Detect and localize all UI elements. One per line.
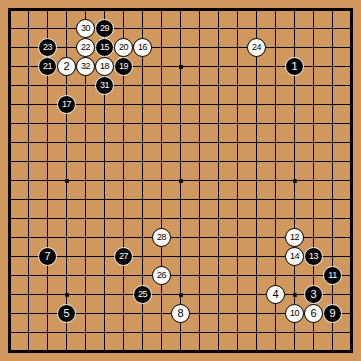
go-board[interactable]: 1234567891011121314151617181920212223242…	[0, 0, 361, 361]
board-grid: 1234567891011121314151617181920212223242…	[0, 0, 361, 361]
stone-black-25[interactable]: 25	[133, 285, 152, 304]
star-point	[65, 179, 69, 183]
star-point	[293, 293, 297, 297]
star-point	[65, 293, 69, 297]
star-point	[179, 65, 183, 69]
stone-black-21[interactable]: 21	[38, 57, 57, 76]
stone-black-31[interactable]: 31	[95, 76, 114, 95]
stone-black-9[interactable]: 9	[323, 304, 342, 323]
stone-black-19[interactable]: 19	[114, 57, 133, 76]
stone-white-12[interactable]: 12	[285, 228, 304, 247]
stone-white-8[interactable]: 8	[171, 304, 190, 323]
stone-black-23[interactable]: 23	[38, 38, 57, 57]
stone-black-13[interactable]: 13	[304, 247, 323, 266]
stone-white-20[interactable]: 20	[114, 38, 133, 57]
stone-white-10[interactable]: 10	[285, 304, 304, 323]
stone-white-16[interactable]: 16	[133, 38, 152, 57]
stone-white-6[interactable]: 6	[304, 304, 323, 323]
stone-white-24[interactable]: 24	[247, 38, 266, 57]
stone-white-28[interactable]: 28	[152, 228, 171, 247]
stone-black-11[interactable]: 11	[323, 266, 342, 285]
stone-white-22[interactable]: 22	[76, 38, 95, 57]
star-point	[179, 293, 183, 297]
stone-black-15[interactable]: 15	[95, 38, 114, 57]
stone-black-17[interactable]: 17	[57, 95, 76, 114]
stone-black-29[interactable]: 29	[95, 19, 114, 38]
stone-white-14[interactable]: 14	[285, 247, 304, 266]
stone-white-2[interactable]: 2	[57, 57, 76, 76]
stone-black-5[interactable]: 5	[57, 304, 76, 323]
stone-white-18[interactable]: 18	[95, 57, 114, 76]
stone-black-7[interactable]: 7	[38, 247, 57, 266]
star-point	[293, 179, 297, 183]
stone-white-4[interactable]: 4	[266, 285, 285, 304]
stone-white-32[interactable]: 32	[76, 57, 95, 76]
stone-white-26[interactable]: 26	[152, 266, 171, 285]
stone-white-30[interactable]: 30	[76, 19, 95, 38]
stone-black-1[interactable]: 1	[285, 57, 304, 76]
stone-black-27[interactable]: 27	[114, 247, 133, 266]
stone-black-3[interactable]: 3	[304, 285, 323, 304]
star-point	[179, 179, 183, 183]
